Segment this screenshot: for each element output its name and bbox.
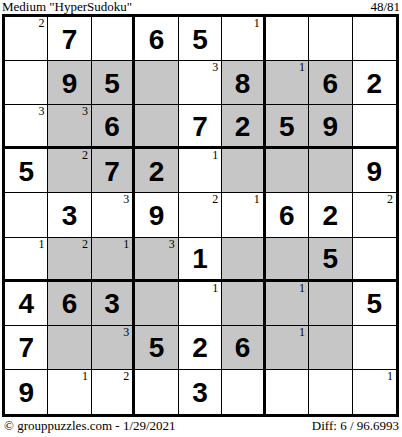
cell-r4c4[interactable]: 2 [135, 149, 178, 193]
cell-r9c9[interactable]: 1 [353, 370, 396, 414]
cell-r3c7[interactable]: 5 [266, 105, 309, 149]
pencil-mark: 2 [38, 17, 44, 30]
given-digit: 7 [62, 26, 78, 54]
cell-r7c9[interactable]: 5 [353, 282, 396, 326]
given-digit: 6 [235, 334, 251, 362]
given-digit: 6 [323, 70, 339, 98]
footer: © grouppuzzles.com - 1/29/2021 Diff: 6 /… [4, 419, 399, 433]
pencil-mark: 1 [299, 282, 305, 295]
cell-r1c5[interactable]: 5 [179, 17, 222, 61]
cell-r5c5[interactable]: 2 [179, 193, 222, 237]
cell-r7c1[interactable]: 4 [5, 282, 48, 326]
cell-r1c7[interactable] [266, 17, 309, 61]
given-digit: 3 [62, 202, 78, 230]
cell-r3c3[interactable]: 6 [92, 105, 135, 149]
page-title: Medium "HyperSudoku" [2, 0, 132, 13]
given-digit: 5 [279, 113, 295, 141]
cell-r9c8[interactable] [309, 370, 352, 414]
cell-r8c7[interactable]: 1 [266, 326, 309, 370]
pencil-mark: 3 [123, 326, 129, 339]
given-digit: 9 [18, 379, 34, 407]
pencil-mark: 3 [212, 61, 218, 74]
given-digit: 5 [18, 158, 34, 186]
given-digit: 7 [18, 334, 34, 362]
cell-r1c3[interactable] [92, 17, 135, 61]
cell-r9c5[interactable]: 3 [179, 370, 222, 414]
cell-r7c5[interactable]: 1 [179, 282, 222, 326]
cell-r9c4[interactable] [135, 370, 178, 414]
given-digit: 3 [192, 379, 208, 407]
cell-r3c4[interactable] [135, 105, 178, 149]
cell-r5c7[interactable]: 6 [266, 193, 309, 237]
cell-r2c9[interactable]: 2 [353, 61, 396, 105]
given-digit: 6 [149, 26, 165, 54]
cell-r4c2[interactable]: 2 [48, 149, 91, 193]
cell-r6c6[interactable] [222, 238, 265, 282]
given-digit: 5 [192, 26, 208, 54]
pencil-mark: 3 [123, 193, 129, 206]
cell-r8c8[interactable] [309, 326, 352, 370]
cell-r1c4[interactable]: 6 [135, 17, 178, 61]
cell-r1c9[interactable] [353, 17, 396, 61]
cell-r2c4[interactable] [135, 61, 178, 105]
cell-r5c4[interactable]: 9 [135, 193, 178, 237]
given-digit: 2 [323, 202, 339, 230]
given-digit: 7 [192, 113, 208, 141]
pencil-mark: 1 [212, 149, 218, 162]
given-digit: 2 [235, 113, 251, 141]
cell-r4c8[interactable] [309, 149, 352, 193]
given-digit: 9 [366, 158, 382, 186]
cell-r9c6[interactable] [222, 370, 265, 414]
cell-r2c1[interactable] [5, 61, 48, 105]
cell-r1c2[interactable]: 7 [48, 17, 91, 61]
cell-r3c9[interactable] [353, 105, 396, 149]
cell-r1c6[interactable]: 1 [222, 17, 265, 61]
given-digit: 5 [104, 70, 120, 98]
pencil-mark: 2 [123, 370, 129, 383]
given-digit: 2 [366, 70, 382, 98]
cell-r2c5[interactable]: 3 [179, 61, 222, 105]
copyright-text: © grouppuzzles.com - 1/29/2021 [4, 419, 176, 433]
cell-r4c9[interactable]: 9 [353, 149, 396, 193]
cell-r8c9[interactable] [353, 326, 396, 370]
pencil-mark: 1 [38, 238, 44, 251]
cell-r4c1[interactable]: 5 [5, 149, 48, 193]
cell-r7c6[interactable] [222, 282, 265, 326]
given-digit: 9 [62, 70, 78, 98]
cell-r3c8[interactable]: 9 [309, 105, 352, 149]
pencil-mark: 3 [82, 105, 88, 118]
given-digit: 2 [149, 158, 165, 186]
pencil-mark: 1 [82, 370, 88, 383]
cell-r6c3[interactable]: 1 [92, 238, 135, 282]
cell-r6c4[interactable]: 3 [135, 238, 178, 282]
cell-r3c5[interactable]: 7 [179, 105, 222, 149]
cell-r4c7[interactable] [266, 149, 309, 193]
cell-r7c2[interactable]: 6 [48, 282, 91, 326]
cell-r7c7[interactable]: 1 [266, 282, 309, 326]
pencil-mark: 2 [82, 238, 88, 251]
cell-r8c6[interactable]: 6 [222, 326, 265, 370]
cell-r5c9[interactable]: 2 [353, 193, 396, 237]
cell-r7c8[interactable] [309, 282, 352, 326]
cell-r9c7[interactable] [266, 370, 309, 414]
cell-r6c5[interactable]: 1 [179, 238, 222, 282]
given-digit: 9 [323, 113, 339, 141]
pencil-mark: 2 [387, 193, 393, 206]
sudoku-board: 2765195381623367259527219339216221213154… [2, 14, 399, 417]
cell-r4c3[interactable]: 7 [92, 149, 135, 193]
cell-r2c3[interactable]: 5 [92, 61, 135, 105]
cell-r3c2[interactable]: 3 [48, 105, 91, 149]
pencil-mark: 3 [169, 238, 175, 251]
cell-r6c9[interactable] [353, 238, 396, 282]
pencil-mark: 1 [387, 370, 393, 383]
pencil-mark: 2 [82, 149, 88, 162]
cell-r8c4[interactable]: 5 [135, 326, 178, 370]
pencil-mark: 1 [299, 61, 305, 74]
given-digit: 6 [104, 113, 120, 141]
cell-r6c2[interactable]: 2 [48, 238, 91, 282]
cell-r1c1[interactable]: 2 [5, 17, 48, 61]
puzzle-page: Medium "HyperSudoku" 48/81 2765195381623… [0, 0, 402, 437]
given-digit: 6 [62, 290, 78, 318]
remaining-counter: 48/81 [370, 0, 400, 13]
given-digit: 8 [235, 70, 251, 98]
cell-r9c1[interactable]: 9 [5, 370, 48, 414]
cell-r2c2[interactable]: 9 [48, 61, 91, 105]
cell-r5c3[interactable]: 3 [92, 193, 135, 237]
cell-r4c5[interactable]: 1 [179, 149, 222, 193]
cell-r9c2[interactable]: 1 [48, 370, 91, 414]
cell-r5c1[interactable] [5, 193, 48, 237]
pencil-mark: 2 [212, 193, 218, 206]
given-digit: 9 [149, 202, 165, 230]
pencil-mark: 3 [38, 105, 44, 118]
cell-r2c7[interactable]: 1 [266, 61, 309, 105]
cell-r5c6[interactable]: 1 [222, 193, 265, 237]
cell-r2c8[interactable]: 6 [309, 61, 352, 105]
difficulty-stats: Diff: 6 / 96.6993 [312, 419, 399, 433]
given-digit: 3 [104, 290, 120, 318]
cell-r8c1[interactable]: 7 [5, 326, 48, 370]
cell-r3c6[interactable]: 2 [222, 105, 265, 149]
given-digit: 5 [366, 290, 382, 318]
pencil-mark: 1 [299, 326, 305, 339]
cell-r3c1[interactable]: 3 [5, 105, 48, 149]
cell-r6c7[interactable] [266, 238, 309, 282]
pencil-mark: 1 [254, 17, 260, 30]
cell-r5c8[interactable]: 2 [309, 193, 352, 237]
given-digit: 1 [192, 245, 208, 273]
pencil-mark: 1 [212, 282, 218, 295]
cell-r1c8[interactable] [309, 17, 352, 61]
given-digit: 2 [192, 334, 208, 362]
given-digit: 4 [18, 290, 34, 318]
cell-r7c3[interactable]: 3 [92, 282, 135, 326]
given-digit: 6 [279, 202, 295, 230]
cell-r6c8[interactable]: 5 [309, 238, 352, 282]
header: Medium "HyperSudoku" 48/81 [2, 0, 400, 14]
cell-r8c5[interactable]: 2 [179, 326, 222, 370]
cell-r6c1[interactable]: 1 [5, 238, 48, 282]
cell-r9c3[interactable]: 2 [92, 370, 135, 414]
cell-r4c6[interactable] [222, 149, 265, 193]
given-digit: 5 [323, 245, 339, 273]
cell-r7c4[interactable] [135, 282, 178, 326]
pencil-mark: 1 [254, 193, 260, 206]
given-digit: 5 [149, 334, 165, 362]
cell-r5c2[interactable]: 3 [48, 193, 91, 237]
cell-r8c2[interactable] [48, 326, 91, 370]
pencil-mark: 1 [123, 238, 129, 251]
cell-r2c6[interactable]: 8 [222, 61, 265, 105]
cell-r8c3[interactable]: 3 [92, 326, 135, 370]
given-digit: 7 [104, 158, 120, 186]
